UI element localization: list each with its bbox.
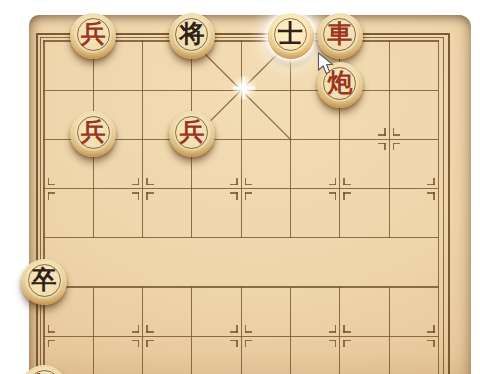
point-marker xyxy=(384,143,386,151)
point-marker xyxy=(138,325,140,333)
grid-line xyxy=(290,286,291,374)
point-marker xyxy=(236,178,238,186)
grid-line xyxy=(142,286,143,374)
point-marker xyxy=(138,340,140,348)
grid-line xyxy=(438,40,439,374)
point-marker xyxy=(48,340,50,348)
point-marker xyxy=(335,192,337,200)
point-marker xyxy=(343,192,345,200)
piece-black-advisor[interactable]: 士 xyxy=(268,13,314,59)
point-marker xyxy=(335,178,337,186)
piece-character: 兵 xyxy=(70,21,116,47)
grid-line xyxy=(339,286,340,374)
point-marker xyxy=(146,178,148,186)
piece-character: 士 xyxy=(268,21,314,47)
point-marker xyxy=(245,340,247,348)
piece-character: 将 xyxy=(169,21,215,47)
point-marker xyxy=(335,325,337,333)
piece-red-soldier[interactable]: 兵 xyxy=(70,13,116,59)
point-marker xyxy=(343,178,345,186)
grid-line xyxy=(191,286,192,374)
point-marker xyxy=(433,325,435,333)
point-marker xyxy=(48,178,50,186)
grid-line xyxy=(241,286,242,374)
piece-black-general[interactable]: 将 xyxy=(169,13,215,59)
point-marker xyxy=(138,192,140,200)
point-marker xyxy=(245,192,247,200)
grid-line xyxy=(43,40,44,374)
piece-character: 兵 xyxy=(70,119,116,145)
grid-line xyxy=(389,40,390,238)
piece-red-cannon[interactable]: 炮 xyxy=(317,62,363,108)
piece-black-soldier[interactable]: 卒 xyxy=(21,259,67,305)
grid-line xyxy=(389,286,390,374)
point-marker xyxy=(146,340,148,348)
point-marker xyxy=(236,340,238,348)
grid-line xyxy=(93,286,94,374)
point-marker xyxy=(433,192,435,200)
board-inner-border xyxy=(40,37,444,374)
piece-character: 卒 xyxy=(21,267,67,293)
point-marker xyxy=(393,128,395,136)
piece-character: 兵 xyxy=(169,119,215,145)
grid-line xyxy=(142,40,143,238)
piece-red-soldier[interactable]: 兵 xyxy=(169,111,215,157)
point-marker xyxy=(236,325,238,333)
grid-line xyxy=(290,40,291,238)
point-marker xyxy=(146,325,148,333)
point-marker xyxy=(343,340,345,348)
point-marker xyxy=(433,178,435,186)
point-marker xyxy=(245,325,247,333)
point-marker xyxy=(343,325,345,333)
point-marker xyxy=(384,128,386,136)
piece-character: 炮 xyxy=(317,70,363,96)
piece-red-chariot[interactable]: 車 xyxy=(317,13,363,59)
point-marker xyxy=(48,192,50,200)
grid-line xyxy=(241,40,242,238)
point-marker xyxy=(245,178,247,186)
point-marker xyxy=(146,192,148,200)
piece-character: 車 xyxy=(317,21,363,47)
point-marker xyxy=(236,192,238,200)
point-marker xyxy=(433,340,435,348)
point-marker xyxy=(48,325,50,333)
point-marker xyxy=(335,340,337,348)
point-marker xyxy=(393,143,395,151)
point-marker xyxy=(138,178,140,186)
game-screen: 兵将士車炮兵兵卒相 xyxy=(0,0,480,374)
